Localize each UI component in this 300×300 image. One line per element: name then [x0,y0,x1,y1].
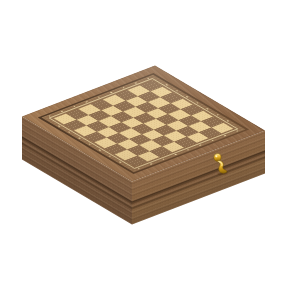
inlay-marker-dot [211,140,214,141]
inlay-marker-dot [85,101,88,102]
inlay-marker-dot [48,115,51,116]
inlay-marker-dot [58,125,61,126]
inlay-marker-dot [216,114,219,115]
inlay-marker-dot [224,135,227,136]
inlay-marker-dot [61,111,64,112]
inlay-marker-dot [165,84,168,85]
inlay-marker-dot [147,78,150,79]
inlay-marker-dot [174,154,177,155]
inlay-marker-dot [137,168,140,169]
inlay-marker-dot [73,106,76,107]
inlay-marker-dot [99,150,102,151]
inlay-marker-dot [236,130,239,131]
inlay-marker-dot [199,144,202,145]
inlay-marker-dot [122,87,125,88]
brass-latch [211,151,231,177]
inlay-marker-dot [226,120,229,121]
inlay-marker-dot [119,162,122,163]
inlay-marker-dot [68,131,71,132]
inlay-marker-dot [88,143,91,144]
inlay-marker-dot [162,159,165,160]
inlay-marker-dot [176,90,179,91]
inlay-marker-dot [109,156,112,157]
inlay-marker-dot [98,97,101,98]
inlay-marker-dot [110,92,113,93]
brass-latch-icon [211,151,231,177]
product-photo [0,0,300,300]
inlay-marker-dot [196,102,199,103]
inlay-marker-dot [187,149,190,150]
inlay-marker-dot [78,137,81,138]
inlay-marker-dot [186,96,189,97]
inlay-marker-dot [150,163,153,164]
inlay-marker-dot [206,108,209,109]
inlay-marker-dot [135,82,138,83]
